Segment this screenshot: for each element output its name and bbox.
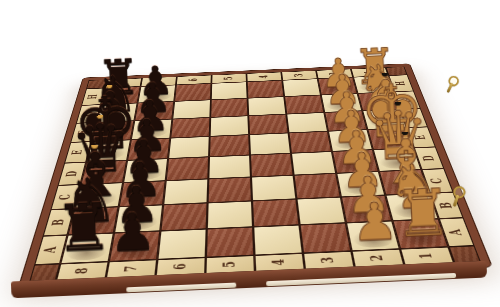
clasp-hook bbox=[447, 83, 454, 93]
square-a5[interactable] bbox=[206, 227, 255, 258]
square-f5[interactable] bbox=[210, 116, 249, 137]
chess-set-photo: 87654321H♜♟♟♜HG♞♟♟♞GF♝♟♟♝FE♚♟♟♚ED♛♟♟♛DC♝… bbox=[0, 0, 500, 307]
square-a4[interactable] bbox=[253, 225, 303, 255]
square-h4[interactable] bbox=[247, 80, 284, 98]
coord-label: 3 bbox=[293, 73, 305, 77]
coord-label: 4 bbox=[271, 259, 288, 266]
coord-label: 7 bbox=[123, 265, 141, 272]
square-e5[interactable] bbox=[209, 135, 250, 157]
square-h6[interactable] bbox=[174, 83, 211, 101]
board-3d-wrapper: 87654321H♜♟♟♜HG♞♟♟♞GF♝♟♟♝FE♚♟♟♚ED♛♟♟♛DC♝… bbox=[18, 63, 493, 288]
square-b3[interactable] bbox=[296, 197, 345, 225]
coord-label: 3 bbox=[320, 257, 338, 264]
front-edge-inlay-strip bbox=[126, 283, 236, 293]
coord-label: 6 bbox=[172, 263, 189, 270]
coord-label: 1 bbox=[417, 252, 436, 259]
square-e4[interactable] bbox=[249, 133, 291, 155]
square-c3[interactable] bbox=[294, 173, 341, 199]
square-c6[interactable] bbox=[163, 179, 208, 205]
piece-black-pawn-a7[interactable]: ♟ bbox=[108, 206, 157, 260]
coord-label: 5 bbox=[222, 261, 239, 268]
square-a7[interactable]: ♟ bbox=[109, 231, 161, 262]
square-a1[interactable]: ♜ bbox=[392, 219, 448, 249]
square-g3[interactable] bbox=[284, 95, 324, 114]
square-g6[interactable] bbox=[172, 100, 211, 119]
square-f4[interactable] bbox=[248, 114, 288, 135]
square-a6[interactable] bbox=[157, 229, 206, 260]
square-e3[interactable] bbox=[289, 131, 332, 153]
square-g5[interactable] bbox=[210, 98, 248, 117]
piece-black-rook-a8[interactable]: ♜ bbox=[53, 196, 113, 262]
coord-label: 2 bbox=[369, 255, 387, 262]
piece-white-pawn-a2[interactable]: ♟ bbox=[350, 195, 399, 249]
square-d6[interactable] bbox=[166, 157, 209, 181]
square-d3[interactable] bbox=[291, 151, 336, 175]
square-c5[interactable] bbox=[208, 177, 252, 203]
square-f6[interactable] bbox=[170, 117, 210, 138]
coord-label: 6 bbox=[188, 78, 200, 82]
square-b4[interactable] bbox=[252, 199, 300, 227]
brass-clasp-icon bbox=[444, 74, 461, 95]
front-edge-inlay-strip bbox=[266, 273, 456, 286]
square-d4[interactable] bbox=[250, 153, 294, 177]
piece-white-rook-a1[interactable]: ♜ bbox=[392, 181, 452, 247]
square-h5[interactable] bbox=[211, 82, 248, 100]
board: 87654321H♜♟♟♜HG♞♟♟♞GF♝♟♟♝FE♚♟♟♚ED♛♟♟♛DC♝… bbox=[18, 63, 493, 288]
square-g4[interactable] bbox=[248, 97, 287, 116]
square-a3[interactable] bbox=[300, 223, 352, 253]
square-f3[interactable] bbox=[286, 112, 328, 132]
coord-label: 8 bbox=[74, 267, 92, 274]
square-e6[interactable] bbox=[168, 136, 210, 158]
square-b5[interactable] bbox=[207, 201, 253, 229]
square-b6[interactable] bbox=[160, 203, 207, 231]
coord-label: 4 bbox=[258, 75, 270, 79]
square-d5[interactable] bbox=[208, 155, 251, 179]
coord-label: 5 bbox=[223, 77, 235, 81]
square-c4[interactable] bbox=[251, 175, 296, 201]
square-h3[interactable] bbox=[282, 79, 321, 97]
square-a2[interactable]: ♟ bbox=[346, 221, 400, 251]
square-a8[interactable]: ♜ bbox=[60, 233, 114, 264]
